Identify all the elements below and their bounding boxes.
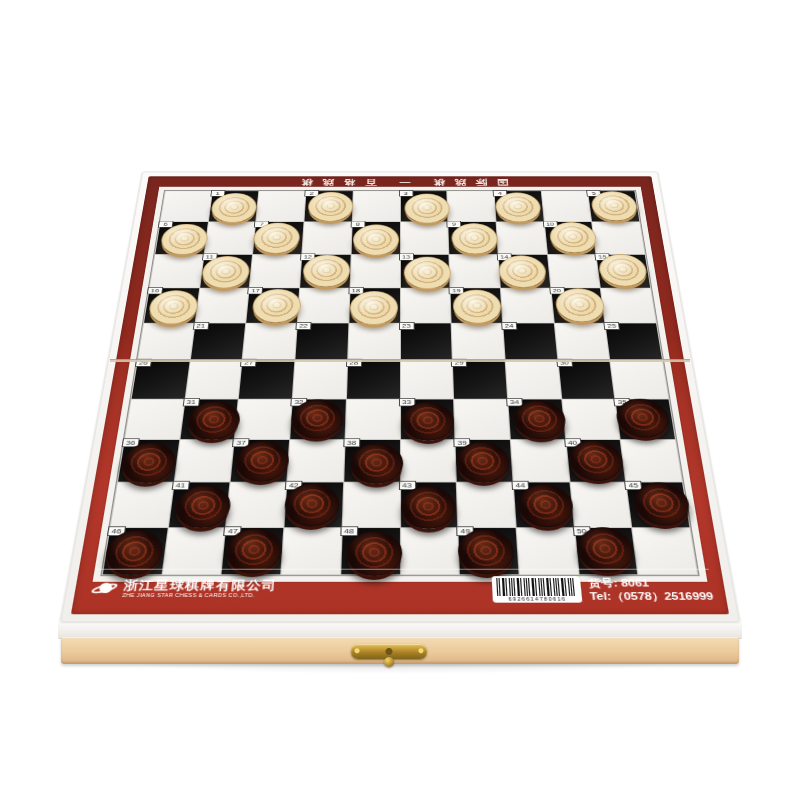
square-number-tag: 25: [604, 322, 621, 330]
square-dark[interactable]: 11: [200, 254, 252, 287]
checker-piece-light[interactable]: [555, 288, 607, 322]
square-dark[interactable]: 46: [103, 528, 168, 574]
square-dark[interactable]: 7: [253, 222, 303, 254]
square-number-tag: 22: [296, 322, 312, 330]
square-number-tag: 13: [399, 253, 414, 260]
square-light[interactable]: [348, 324, 400, 360]
square-light[interactable]: [611, 361, 669, 399]
square-light[interactable]: [592, 222, 644, 254]
square-dark[interactable]: 22: [295, 324, 348, 360]
checker-piece-light[interactable]: [159, 224, 210, 255]
checker-piece-dark[interactable]: [456, 441, 511, 482]
square-light[interactable]: [174, 440, 234, 482]
square-dark[interactable]: 15: [597, 254, 651, 287]
brass-clasp: [351, 644, 427, 659]
square-dark[interactable]: 29: [453, 361, 507, 399]
square-light[interactable]: [125, 399, 184, 439]
square-light[interactable]: [243, 324, 297, 360]
square-light[interactable]: [204, 222, 255, 254]
fold-seam: [110, 359, 690, 361]
square-dark[interactable]: 37: [231, 440, 289, 482]
square-dark[interactable]: 32: [290, 399, 345, 439]
square-dark[interactable]: 50: [575, 528, 638, 574]
square-dark[interactable]: 31: [180, 399, 238, 439]
checker-piece-light[interactable]: [405, 193, 451, 223]
red-border-frame: 国际跳棋 一 百格跳棋 1234567891011121314151617181…: [71, 176, 729, 614]
square-light[interactable]: [621, 440, 682, 482]
checker-piece-light[interactable]: [451, 223, 499, 254]
square-light[interactable]: [400, 361, 453, 399]
square-light[interactable]: [601, 288, 656, 323]
checker-piece-light[interactable]: [590, 191, 639, 221]
square-light[interactable]: [257, 191, 306, 221]
barcode-digits: 6926614780616: [497, 596, 578, 602]
board-face: 国际跳棋 一 百格跳棋 1234567891011121314151617181…: [60, 172, 739, 622]
checker-piece-light[interactable]: [252, 223, 301, 254]
square-dark[interactable]: 34: [508, 399, 565, 439]
checker-piece-light[interactable]: [352, 224, 399, 255]
square-dark[interactable]: 18: [349, 288, 399, 323]
square-light[interactable]: [352, 191, 399, 221]
square-light[interactable]: [350, 254, 399, 287]
square-light[interactable]: [454, 399, 509, 439]
square-dark[interactable]: 10: [544, 222, 595, 254]
square-dark[interactable]: 40: [566, 440, 626, 482]
planet-icon: [92, 579, 119, 599]
square-light[interactable]: [447, 191, 495, 221]
square-light[interactable]: [562, 399, 620, 439]
square-light[interactable]: [633, 528, 698, 574]
square-dark[interactable]: 8: [351, 222, 399, 254]
checker-piece-light[interactable]: [404, 257, 452, 289]
square-dark[interactable]: 5: [588, 191, 639, 221]
branding-band: 浙江星球棋牌有限公司 ZHE JIANG STAR CHESS & CARDS …: [91, 569, 715, 607]
square-dark[interactable]: 25: [606, 324, 662, 360]
square-dark[interactable]: 16: [144, 288, 199, 323]
square-dark[interactable]: 39: [456, 440, 513, 482]
square-light[interactable]: [401, 528, 459, 574]
square-dark[interactable]: 36: [118, 440, 179, 482]
square-number-tag: 3: [399, 190, 413, 196]
checker-piece-light[interactable]: [307, 192, 353, 222]
checkerboard: 1234567891011121314151617181920212223242…: [100, 190, 699, 576]
checker-piece-light[interactable]: [597, 254, 649, 286]
square-light[interactable]: [150, 254, 204, 287]
checker-piece-light[interactable]: [349, 291, 398, 325]
checker-piece-dark[interactable]: [632, 483, 693, 526]
square-light[interactable]: [343, 483, 400, 527]
square-light[interactable]: [345, 399, 399, 439]
checker-piece-light[interactable]: [251, 289, 302, 323]
square-dark[interactable]: 14: [499, 254, 550, 287]
company-name-en: ZHE JIANG STAR CHESS & CARDS CO.,LTD.: [122, 592, 277, 599]
square-dark[interactable]: 24: [503, 324, 557, 360]
square-dark[interactable]: 23: [400, 324, 451, 360]
square-light[interactable]: [161, 191, 212, 221]
checker-piece-dark[interactable]: [401, 486, 456, 529]
square-dark[interactable]: 47: [222, 528, 283, 574]
checker-piece-light[interactable]: [209, 193, 257, 223]
square-dark[interactable]: 42: [285, 483, 343, 527]
square-light[interactable]: [227, 483, 287, 527]
square-dark[interactable]: 43: [401, 483, 458, 527]
square-dark[interactable]: 38: [344, 440, 399, 482]
square-dark[interactable]: 17: [247, 288, 300, 323]
square-light[interactable]: [195, 288, 249, 323]
square-dark[interactable]: 28: [347, 361, 400, 399]
checker-piece-dark[interactable]: [575, 527, 636, 572]
square-number-tag: 31: [182, 398, 199, 406]
square-dark[interactable]: 26: [132, 361, 190, 399]
square-dark[interactable]: 44: [514, 483, 574, 527]
phone-number: Tel:（0578）2516999: [589, 589, 714, 602]
square-light[interactable]: [452, 324, 505, 360]
square-number-tag: 21: [192, 322, 209, 330]
square-light[interactable]: [235, 399, 292, 439]
square-number-tag: 23: [399, 322, 415, 330]
square-dark[interactable]: 27: [239, 361, 294, 399]
checker-piece-dark[interactable]: [568, 440, 626, 481]
square-dark[interactable]: 4: [494, 191, 543, 221]
company-name-cn: 浙江星球棋牌有限公司: [123, 579, 278, 591]
square-dark[interactable]: 9: [448, 222, 497, 254]
checker-piece-light[interactable]: [200, 256, 251, 288]
square-dark[interactable]: 6: [155, 222, 207, 254]
checker-piece-light[interactable]: [147, 290, 200, 324]
square-dark[interactable]: 35: [616, 399, 675, 439]
square-light[interactable]: [298, 288, 349, 323]
square-light[interactable]: [293, 361, 347, 399]
square-number-tag: 38: [343, 438, 360, 447]
box-edge-white: [58, 620, 742, 638]
square-light[interactable]: [302, 222, 351, 254]
checker-piece-dark[interactable]: [349, 443, 403, 484]
square-light[interactable]: [111, 483, 174, 527]
square-dark[interactable]: 48: [341, 528, 399, 574]
barcode-bars: [496, 578, 577, 596]
play-area: 1234567891011121314151617181920212223242…: [93, 187, 708, 582]
checker-piece-light[interactable]: [302, 255, 351, 287]
square-light[interactable]: [400, 288, 450, 323]
checker-piece-dark[interactable]: [283, 483, 339, 526]
checker-piece-dark[interactable]: [234, 441, 290, 482]
square-light[interactable]: [511, 440, 569, 482]
checker-piece-light[interactable]: [498, 256, 548, 288]
checker-piece-dark[interactable]: [512, 401, 567, 440]
checker-piece-light[interactable]: [494, 192, 541, 222]
square-light[interactable]: [570, 483, 631, 527]
square-light[interactable]: [554, 324, 609, 360]
square-light[interactable]: [517, 528, 578, 574]
square-dark[interactable]: 2: [305, 191, 353, 221]
square-light[interactable]: [501, 288, 554, 323]
checker-piece-dark[interactable]: [185, 401, 241, 440]
square-light[interactable]: [185, 361, 242, 399]
square-dark[interactable]: 41: [169, 483, 230, 527]
square-dark[interactable]: 1: [209, 191, 259, 221]
square-dark[interactable]: 30: [558, 361, 615, 399]
square-dark[interactable]: 3: [400, 191, 447, 221]
square-dark[interactable]: 12: [300, 254, 350, 287]
square-light[interactable]: [541, 191, 591, 221]
square-light[interactable]: [401, 440, 456, 482]
checker-piece-dark[interactable]: [119, 442, 178, 483]
square-light[interactable]: [138, 324, 194, 360]
item-number: 货号: 8061: [588, 576, 712, 589]
square-dark[interactable]: 13: [400, 254, 449, 287]
product-photo: 国际跳棋 一 百格跳棋 1234567891011121314151617181…: [0, 0, 800, 800]
square-dark[interactable]: 33: [401, 399, 455, 439]
square-light[interactable]: [496, 222, 546, 254]
square-light[interactable]: [162, 528, 225, 574]
square-light[interactable]: [457, 483, 515, 527]
square-light[interactable]: [506, 361, 561, 399]
square-dark[interactable]: 19: [451, 288, 502, 323]
square-number-tag: 48: [340, 526, 358, 536]
square-number-tag: 24: [501, 322, 517, 330]
square-light[interactable]: [449, 254, 499, 287]
checker-piece-dark[interactable]: [173, 485, 232, 528]
square-light[interactable]: [250, 254, 301, 287]
barcode: 6926614780616: [492, 576, 583, 602]
checker-piece-light[interactable]: [549, 222, 599, 253]
square-light[interactable]: [288, 440, 345, 482]
checker-piece-dark[interactable]: [517, 484, 575, 527]
square-dark[interactable]: 21: [190, 324, 245, 360]
square-light[interactable]: [281, 528, 341, 574]
checker-piece-dark[interactable]: [402, 402, 454, 441]
checker-piece-dark[interactable]: [614, 399, 671, 438]
brand-logo: 浙江星球棋牌有限公司 ZHE JIANG STAR CHESS & CARDS …: [92, 579, 278, 599]
checker-piece-dark[interactable]: [290, 400, 344, 439]
square-dark[interactable]: 20: [551, 288, 605, 323]
square-dark[interactable]: 49: [459, 528, 519, 574]
checker-piece-light[interactable]: [452, 289, 502, 323]
square-light[interactable]: [400, 222, 448, 254]
square-light[interactable]: [548, 254, 600, 287]
square-dark[interactable]: 45: [627, 483, 690, 527]
